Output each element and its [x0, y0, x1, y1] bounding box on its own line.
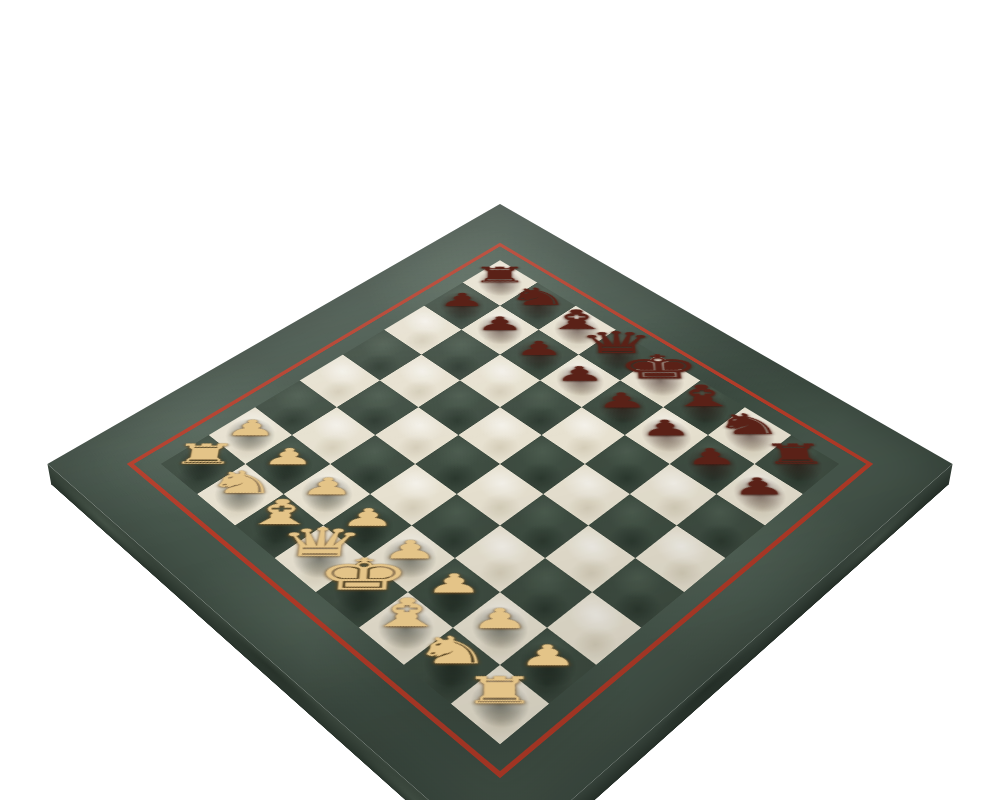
black-rook-glyph: ♜ — [760, 440, 831, 468]
photo-scene: ♜♞♝♛♚♝♞♜♟♟♟♟♟♟♟♟♟♟♟♟♟♟♟♟♜♞♝♛♚♝♞♜ — [0, 0, 1000, 800]
black-knight-glyph: ♞ — [711, 410, 786, 439]
black-bishop-glyph: ♝ — [664, 381, 742, 411]
chess-board-3d: ♜♞♝♛♚♝♞♜♟♟♟♟♟♟♟♟♟♟♟♟♟♟♟♟♜♞♝♛♚♝♞♜ — [47, 204, 952, 800]
